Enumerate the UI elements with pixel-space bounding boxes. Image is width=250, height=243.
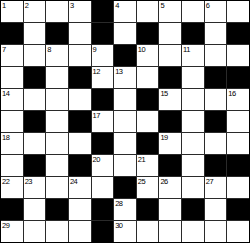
white-cell[interactable]: 24 [69, 177, 91, 198]
white-cell[interactable]: 26 [159, 177, 181, 198]
black-cell [159, 67, 181, 88]
black-cell [182, 23, 204, 44]
white-cell[interactable] [46, 89, 68, 110]
white-cell[interactable] [227, 111, 249, 132]
white-cell[interactable] [69, 23, 91, 44]
white-cell[interactable]: 10 [137, 45, 159, 66]
white-cell[interactable]: 20 [92, 155, 114, 176]
white-cell[interactable] [114, 133, 136, 154]
black-cell [205, 155, 227, 176]
white-cell[interactable] [1, 155, 23, 176]
black-cell [92, 23, 114, 44]
black-cell [1, 199, 23, 220]
clue-number: 8 [47, 45, 51, 54]
white-cell[interactable] [205, 89, 227, 110]
clue-number: 27 [206, 177, 213, 186]
clue-number: 6 [206, 1, 210, 10]
white-cell[interactable] [159, 199, 181, 220]
white-cell[interactable] [92, 177, 114, 198]
black-cell [227, 23, 249, 44]
white-cell[interactable]: 2 [24, 1, 46, 22]
clue-number: 23 [25, 177, 32, 186]
white-cell[interactable] [182, 67, 204, 88]
crossword-board: 1234567891011121314151617181920212223242… [0, 0, 250, 243]
clue-number: 16 [228, 89, 235, 98]
black-cell [24, 155, 46, 176]
white-cell[interactable]: 4 [114, 1, 136, 22]
clue-number: 29 [2, 221, 9, 230]
white-cell[interactable] [205, 221, 227, 242]
white-cell[interactable] [182, 133, 204, 154]
white-cell[interactable] [227, 45, 249, 66]
white-cell[interactable] [159, 221, 181, 242]
clue-number: 18 [2, 133, 9, 142]
black-cell [92, 1, 114, 22]
white-cell[interactable] [46, 221, 68, 242]
white-cell[interactable]: 9 [92, 45, 114, 66]
white-cell[interactable]: 23 [24, 177, 46, 198]
white-cell[interactable]: 29 [1, 221, 23, 242]
white-cell[interactable]: 15 [159, 89, 181, 110]
white-cell[interactable] [182, 155, 204, 176]
white-cell[interactable] [227, 177, 249, 198]
clue-number: 2 [25, 1, 29, 10]
black-cell [114, 177, 136, 198]
clue-number: 22 [2, 177, 9, 186]
black-cell [46, 23, 68, 44]
white-cell[interactable] [69, 199, 91, 220]
white-cell[interactable] [227, 1, 249, 22]
white-cell[interactable] [137, 67, 159, 88]
black-cell [159, 111, 181, 132]
black-cell [92, 89, 114, 110]
white-cell[interactable] [46, 1, 68, 22]
black-cell [227, 67, 249, 88]
white-cell[interactable] [159, 45, 181, 66]
white-cell[interactable] [182, 221, 204, 242]
clue-number: 19 [160, 133, 167, 142]
white-cell[interactable]: 16 [227, 89, 249, 110]
white-cell[interactable] [24, 45, 46, 66]
white-cell[interactable] [114, 155, 136, 176]
white-cell[interactable] [46, 67, 68, 88]
white-cell[interactable] [159, 23, 181, 44]
white-cell[interactable] [24, 221, 46, 242]
black-cell [92, 199, 114, 220]
white-cell[interactable] [182, 111, 204, 132]
white-cell[interactable]: 13 [114, 67, 136, 88]
black-cell [205, 111, 227, 132]
white-cell[interactable] [137, 221, 159, 242]
black-cell [69, 111, 91, 132]
black-cell [69, 155, 91, 176]
white-cell[interactable] [114, 23, 136, 44]
white-cell[interactable]: 5 [159, 1, 181, 22]
white-cell[interactable] [137, 1, 159, 22]
black-cell [137, 133, 159, 154]
clue-number: 3 [70, 1, 74, 10]
black-cell [227, 199, 249, 220]
white-cell[interactable] [114, 111, 136, 132]
white-cell[interactable] [205, 45, 227, 66]
clue-number: 13 [115, 67, 122, 76]
white-cell[interactable] [69, 221, 91, 242]
white-cell[interactable] [114, 89, 136, 110]
white-cell[interactable] [1, 111, 23, 132]
black-cell [159, 155, 181, 176]
clue-number: 14 [2, 89, 9, 98]
black-cell [1, 23, 23, 44]
white-cell[interactable] [24, 23, 46, 44]
white-cell[interactable] [182, 177, 204, 198]
white-cell[interactable]: 7 [1, 45, 23, 66]
white-cell[interactable]: 19 [159, 133, 181, 154]
black-cell [69, 67, 91, 88]
white-cell[interactable] [205, 133, 227, 154]
white-cell[interactable]: 17 [92, 111, 114, 132]
white-cell[interactable] [69, 89, 91, 110]
white-cell[interactable] [182, 89, 204, 110]
white-cell[interactable] [46, 133, 68, 154]
white-cell[interactable]: 12 [92, 67, 114, 88]
clue-number: 7 [2, 45, 6, 54]
black-cell [205, 67, 227, 88]
black-cell [137, 199, 159, 220]
white-cell[interactable] [227, 133, 249, 154]
white-cell[interactable] [46, 155, 68, 176]
clue-number: 20 [93, 155, 100, 164]
black-cell [137, 23, 159, 44]
white-cell[interactable] [182, 1, 204, 22]
white-cell[interactable] [46, 177, 68, 198]
white-cell[interactable] [69, 45, 91, 66]
white-cell[interactable]: 3 [69, 1, 91, 22]
black-cell [227, 155, 249, 176]
clue-number: 28 [115, 199, 122, 208]
black-cell [24, 67, 46, 88]
white-cell[interactable]: 6 [205, 1, 227, 22]
clue-number: 4 [115, 1, 119, 10]
white-cell[interactable] [46, 111, 68, 132]
clue-number: 12 [93, 67, 100, 76]
white-cell[interactable] [205, 199, 227, 220]
clue-number: 21 [138, 155, 145, 164]
white-cell[interactable]: 25 [137, 177, 159, 198]
white-cell[interactable] [69, 133, 91, 154]
clue-number: 30 [115, 221, 122, 230]
black-cell [114, 45, 136, 66]
white-cell[interactable] [137, 111, 159, 132]
clue-number: 1 [2, 1, 6, 10]
black-cell [182, 199, 204, 220]
white-cell[interactable]: 18 [1, 133, 23, 154]
white-cell[interactable] [24, 89, 46, 110]
clue-number: 25 [138, 177, 145, 186]
white-cell[interactable]: 14 [1, 89, 23, 110]
clue-number: 11 [183, 45, 190, 54]
white-cell[interactable] [227, 221, 249, 242]
clue-number: 26 [160, 177, 167, 186]
clue-number: 17 [93, 111, 100, 120]
clue-number: 10 [138, 45, 145, 54]
white-cell[interactable]: 11 [182, 45, 204, 66]
white-cell[interactable] [24, 133, 46, 154]
white-cell[interactable] [205, 23, 227, 44]
white-cell[interactable]: 27 [205, 177, 227, 198]
black-cell [24, 111, 46, 132]
black-cell [92, 221, 114, 242]
white-cell[interactable]: 21 [137, 155, 159, 176]
white-cell[interactable] [24, 199, 46, 220]
clue-number: 24 [70, 177, 77, 186]
clue-number: 15 [160, 89, 167, 98]
black-cell [46, 199, 68, 220]
white-cell[interactable]: 28 [114, 199, 136, 220]
white-cell[interactable]: 8 [46, 45, 68, 66]
white-cell[interactable]: 30 [114, 221, 136, 242]
white-cell[interactable] [1, 67, 23, 88]
black-cell [92, 133, 114, 154]
white-cell[interactable]: 1 [1, 1, 23, 22]
clue-number: 5 [160, 1, 164, 10]
clue-number: 9 [93, 45, 97, 54]
black-cell [137, 89, 159, 110]
white-cell[interactable]: 22 [1, 177, 23, 198]
